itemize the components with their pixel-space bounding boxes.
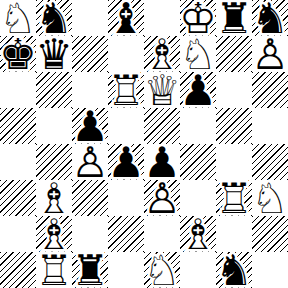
square-c3[interactable] <box>72 180 108 216</box>
piece-black-pawn: ♟ <box>144 145 180 181</box>
square-c2[interactable] <box>72 216 108 252</box>
piece-white-knight: ♘ <box>180 37 216 73</box>
piece-black-knight: ♞ <box>216 253 252 288</box>
black-rook-halo: ♜ <box>216 1 252 37</box>
square-h7[interactable]: ♟♙ <box>252 36 288 72</box>
piece-white-knight: ♘ <box>252 181 288 217</box>
square-c4[interactable]: ♟♙ <box>72 144 108 180</box>
piece-white-pawn: ♙ <box>72 145 108 181</box>
square-a3[interactable] <box>0 180 36 216</box>
white-king-halo: ♚ <box>180 1 216 37</box>
piece-white-bishop: ♗ <box>180 217 216 253</box>
square-b2[interactable]: ♝♗ <box>36 216 72 252</box>
black-pawn-halo: ♟ <box>144 145 180 181</box>
square-f5[interactable] <box>180 108 216 144</box>
white-knight-halo: ♞ <box>252 181 288 217</box>
piece-black-pawn: ♟ <box>108 145 144 181</box>
piece-white-bishop: ♗ <box>144 37 180 73</box>
square-d6[interactable]: ♜♖ <box>108 72 144 108</box>
square-b3[interactable]: ♝♗ <box>36 180 72 216</box>
square-d4[interactable]: ♟♟ <box>108 144 144 180</box>
square-h5[interactable] <box>252 108 288 144</box>
square-b7[interactable]: ♛♛ <box>36 36 72 72</box>
white-rook-halo: ♜ <box>216 181 252 217</box>
square-f3[interactable] <box>180 180 216 216</box>
square-g4[interactable] <box>216 144 252 180</box>
piece-white-rook: ♖ <box>36 253 72 288</box>
white-bishop-halo: ♝ <box>180 217 216 253</box>
square-a2[interactable] <box>0 216 36 252</box>
square-a6[interactable] <box>0 72 36 108</box>
white-knight-halo: ♞ <box>180 37 216 73</box>
square-g5[interactable] <box>216 108 252 144</box>
square-a4[interactable] <box>0 144 36 180</box>
square-f8[interactable]: ♚♔ <box>180 0 216 36</box>
square-e1[interactable]: ♞♘ <box>144 252 180 288</box>
piece-black-pawn: ♟ <box>180 73 216 109</box>
square-d2[interactable] <box>108 216 144 252</box>
white-pawn-halo: ♟ <box>252 37 288 73</box>
piece-white-king: ♔ <box>180 1 216 37</box>
square-h6[interactable] <box>252 72 288 108</box>
square-d8[interactable]: ♝♝ <box>108 0 144 36</box>
square-e4[interactable]: ♟♟ <box>144 144 180 180</box>
square-e3[interactable]: ♟♙ <box>144 180 180 216</box>
square-a7[interactable]: ♚♚ <box>0 36 36 72</box>
square-f6[interactable]: ♟♟ <box>180 72 216 108</box>
white-pawn-halo: ♟ <box>72 145 108 181</box>
square-g1[interactable]: ♞♞ <box>216 252 252 288</box>
black-queen-halo: ♛ <box>36 37 72 73</box>
square-e2[interactable] <box>144 216 180 252</box>
square-e5[interactable] <box>144 108 180 144</box>
square-g6[interactable] <box>216 72 252 108</box>
square-d7[interactable] <box>108 36 144 72</box>
black-knight-halo: ♞ <box>252 1 288 37</box>
square-e6[interactable]: ♛♕ <box>144 72 180 108</box>
square-c8[interactable] <box>72 0 108 36</box>
white-pawn-halo: ♟ <box>144 181 180 217</box>
piece-white-rook: ♖ <box>216 181 252 217</box>
white-rook-halo: ♜ <box>108 73 144 109</box>
chess-board: ♞♘♞♞♝♝♚♔♜♜♞♞♚♚♛♛♝♗♞♘♟♙♜♖♛♕♟♟♟♟♟♙♟♟♟♟♝♗♟♙… <box>0 0 288 288</box>
square-h4[interactable] <box>252 144 288 180</box>
white-bishop-halo: ♝ <box>144 37 180 73</box>
square-f7[interactable]: ♞♘ <box>180 36 216 72</box>
piece-black-queen: ♛ <box>36 37 72 73</box>
piece-black-rook: ♜ <box>216 1 252 37</box>
square-f2[interactable]: ♝♗ <box>180 216 216 252</box>
black-pawn-halo: ♟ <box>72 109 108 145</box>
black-knight-halo: ♞ <box>216 253 252 288</box>
square-h2[interactable] <box>252 216 288 252</box>
square-e7[interactable]: ♝♗ <box>144 36 180 72</box>
square-d1[interactable] <box>108 252 144 288</box>
square-h1[interactable] <box>252 252 288 288</box>
square-h3[interactable]: ♞♘ <box>252 180 288 216</box>
piece-white-bishop: ♗ <box>36 217 72 253</box>
square-f1[interactable] <box>180 252 216 288</box>
square-h8[interactable]: ♞♞ <box>252 0 288 36</box>
square-e8[interactable] <box>144 0 180 36</box>
piece-black-bishop: ♝ <box>108 1 144 37</box>
square-b1[interactable]: ♜♖ <box>36 252 72 288</box>
black-rook-halo: ♜ <box>72 253 108 288</box>
piece-black-knight: ♞ <box>36 1 72 37</box>
black-knight-halo: ♞ <box>36 1 72 37</box>
piece-black-king: ♚ <box>0 37 36 73</box>
square-b5[interactable] <box>36 108 72 144</box>
white-rook-halo: ♜ <box>36 253 72 288</box>
square-g3[interactable]: ♜♖ <box>216 180 252 216</box>
square-a1[interactable] <box>0 252 36 288</box>
square-g2[interactable] <box>216 216 252 252</box>
black-pawn-halo: ♟ <box>108 145 144 181</box>
piece-white-queen: ♕ <box>144 73 180 109</box>
white-knight-halo: ♞ <box>144 253 180 288</box>
piece-white-bishop: ♗ <box>36 181 72 217</box>
piece-white-pawn: ♙ <box>252 37 288 73</box>
square-a8[interactable]: ♞♘ <box>0 0 36 36</box>
square-c6[interactable] <box>72 72 108 108</box>
square-b4[interactable] <box>36 144 72 180</box>
square-b6[interactable] <box>36 72 72 108</box>
white-bishop-halo: ♝ <box>36 181 72 217</box>
black-bishop-halo: ♝ <box>108 1 144 37</box>
square-a5[interactable] <box>0 108 36 144</box>
white-bishop-halo: ♝ <box>36 217 72 253</box>
square-d5[interactable] <box>108 108 144 144</box>
piece-white-pawn: ♙ <box>144 181 180 217</box>
square-f4[interactable] <box>180 144 216 180</box>
black-pawn-halo: ♟ <box>180 73 216 109</box>
square-g8[interactable]: ♜♜ <box>216 0 252 36</box>
black-king-halo: ♚ <box>0 37 36 73</box>
piece-black-knight: ♞ <box>252 1 288 37</box>
square-c5[interactable]: ♟♟ <box>72 108 108 144</box>
square-b8[interactable]: ♞♞ <box>36 0 72 36</box>
square-c7[interactable] <box>72 36 108 72</box>
white-knight-halo: ♞ <box>0 1 36 37</box>
square-d3[interactable] <box>108 180 144 216</box>
square-g7[interactable] <box>216 36 252 72</box>
white-queen-halo: ♛ <box>144 73 180 109</box>
square-c1[interactable]: ♜♜ <box>72 252 108 288</box>
piece-white-knight: ♘ <box>0 1 36 37</box>
piece-white-knight: ♘ <box>144 253 180 288</box>
piece-white-rook: ♖ <box>108 73 144 109</box>
piece-black-rook: ♜ <box>72 253 108 288</box>
piece-black-pawn: ♟ <box>72 109 108 145</box>
